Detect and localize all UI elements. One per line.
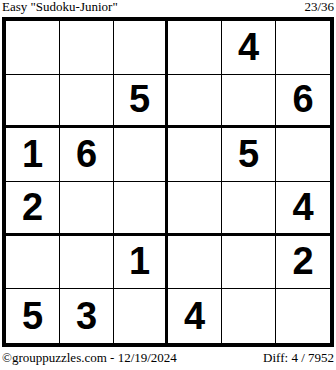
cell-r5c3-given: 1 [114, 236, 168, 290]
puzzle-counter: 23/36 [304, 0, 334, 14]
cell-r3c1-given: 1 [6, 128, 60, 182]
cell-r3c6-empty[interactable] [276, 128, 330, 182]
cell-r4c4-empty[interactable] [168, 182, 222, 236]
cell-r4c3-empty[interactable] [114, 182, 168, 236]
cell-r3c4-empty[interactable] [168, 128, 222, 182]
copyright-text: ©grouppuzzles.com - 12/19/2024 [2, 351, 177, 365]
difficulty-text: Diff: 4 / 7952 [263, 351, 334, 365]
cell-r4c1-given: 2 [6, 182, 60, 236]
cell-r6c6-empty[interactable] [276, 289, 330, 343]
page-footer: ©grouppuzzles.com - 12/19/2024 Diff: 4 /… [2, 351, 334, 367]
cell-r5c6-given: 2 [276, 236, 330, 290]
cell-r4c6-given: 4 [276, 182, 330, 236]
cell-r5c1-empty[interactable] [6, 236, 60, 290]
cell-r5c5-empty[interactable] [222, 236, 276, 290]
cell-r1c4-empty[interactable] [168, 21, 222, 75]
cell-r3c5-given: 5 [222, 128, 276, 182]
cell-r2c5-empty[interactable] [222, 75, 276, 129]
cell-r4c5-empty[interactable] [222, 182, 276, 236]
cell-r2c2-empty[interactable] [60, 75, 114, 129]
puzzle-title: Easy "Sudoku-Junior" [2, 0, 118, 14]
cell-r2c1-empty[interactable] [6, 75, 60, 129]
cell-r5c2-empty[interactable] [60, 236, 114, 290]
cell-r6c3-empty[interactable] [114, 289, 168, 343]
cell-r1c2-empty[interactable] [60, 21, 114, 75]
cell-r3c2-given: 6 [60, 128, 114, 182]
cell-r6c4-given: 4 [168, 289, 222, 343]
cell-r2c4-empty[interactable] [168, 75, 222, 129]
cell-r5c4-empty[interactable] [168, 236, 222, 290]
cell-r1c5-given: 4 [222, 21, 276, 75]
cell-r4c2-empty[interactable] [60, 182, 114, 236]
cell-r1c1-empty[interactable] [6, 21, 60, 75]
cell-r6c1-given: 5 [6, 289, 60, 343]
sudoku-junior-board: 4561652412534 [2, 17, 334, 347]
cell-r2c6-given: 6 [276, 75, 330, 129]
cell-r6c5-empty[interactable] [222, 289, 276, 343]
cell-r6c2-given: 3 [60, 289, 114, 343]
cell-r1c6-empty[interactable] [276, 21, 330, 75]
page-header: Easy "Sudoku-Junior" 23/36 [2, 0, 334, 15]
cell-r1c3-empty[interactable] [114, 21, 168, 75]
cell-r3c3-empty[interactable] [114, 128, 168, 182]
cell-r2c3-given: 5 [114, 75, 168, 129]
